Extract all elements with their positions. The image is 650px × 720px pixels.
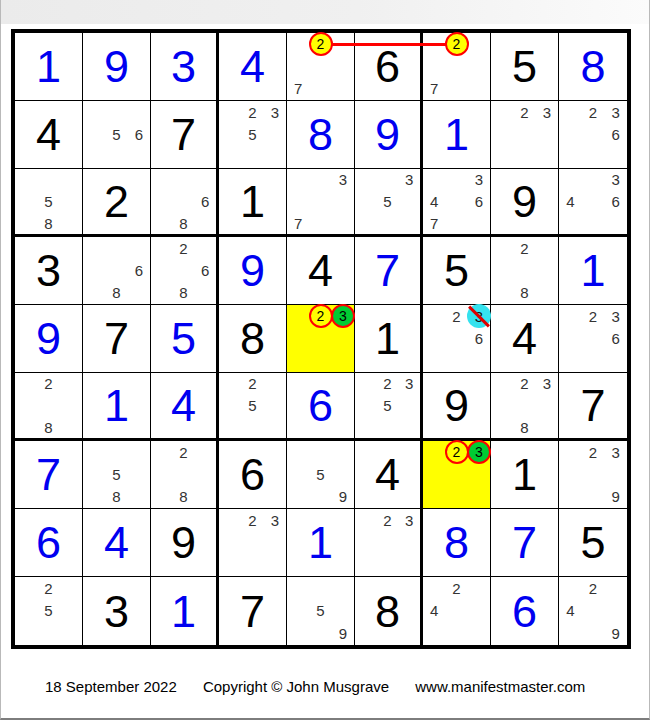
cell-value: 8 [355,577,420,645]
footer: 18 September 2022 Copyright © John Musgr… [45,678,607,695]
pencil-mark: 2 [445,577,467,600]
cell-r6c5[interactable]: 6 [287,373,355,441]
pencil-marks: 249 [559,577,627,645]
cell-r5c6[interactable]: 1 [355,305,423,373]
pencil-mark: 3 [332,169,354,191]
cell-value: 4 [83,509,150,576]
cell-r6c9[interactable]: 7 [559,373,627,441]
pencil-mark: 8 [37,416,59,438]
pencil-marks: 25 [15,577,82,645]
pencil-mark: 5 [241,395,263,417]
pencil-mark: 2 [513,101,535,123]
cell-value: 9 [15,305,82,372]
pencil-mark: 5 [37,191,59,213]
cell-r4c6[interactable]: 7 [355,237,423,305]
cell-value: 1 [559,237,627,304]
cell-r8c2[interactable]: 4 [83,509,151,577]
cell-value: 1 [287,509,354,576]
pencil-mark: 2 [513,237,535,259]
pencil-marks: 35 [355,169,420,234]
pencil-marks: 235 [219,101,286,168]
pencil-mark: 6 [128,259,150,281]
cell-value: 8 [287,101,354,168]
pencil-mark: 9 [332,622,354,645]
pencil-marks: 56 [83,101,150,168]
footer-website: www.manifestmaster.com [415,678,585,695]
cell-r3c2[interactable]: 2 [83,169,151,237]
pencil-mark: 2 [377,509,399,531]
pencil-mark: 3 [536,373,558,395]
cell-r6c7[interactable]: 9 [423,373,491,441]
pencil-marks: 23 [491,101,558,168]
cell-r7c1[interactable]: 7 [15,441,83,509]
pencil-marks: 68 [83,237,150,304]
pencil-mark: 6 [468,327,490,349]
pencil-mark: 2 [582,441,605,463]
cell-r5c1[interactable]: 9 [15,305,83,373]
pencil-mark: 8 [173,282,195,304]
cell-r4c5[interactable]: 4 [287,237,355,305]
cell-value: 6 [219,441,286,508]
pencil-mark: 3 [604,101,627,123]
cell-r3c1[interactable]: 58 [15,169,83,237]
cell-value: 5 [423,237,490,304]
circled-candidate-2: 2 [309,32,333,56]
cell-r2c2[interactable]: 56 [83,101,151,169]
cell-r1c8[interactable]: 5 [491,33,559,101]
cell-r8c8[interactable]: 7 [491,509,559,577]
window-chrome-bar [1,0,649,24]
pencil-marks: 58 [83,441,150,508]
cell-value: 8 [559,33,627,100]
cell-r7c5[interactable]: 59 [287,441,355,509]
pencil-mark: 5 [37,600,59,623]
cell-r9c9[interactable]: 249 [559,577,627,645]
cell-value: 7 [559,373,627,438]
cell-r6c8[interactable]: 238 [491,373,559,441]
cell-r6c2[interactable]: 1 [83,373,151,441]
pencil-mark: 8 [513,282,535,304]
pencil-mark: 6 [604,123,627,145]
cell-r8c4[interactable]: 23 [219,509,287,577]
circled-candidate-2: 2 [445,440,469,464]
cell-value: 9 [83,33,150,100]
page: 1934726725845672358912323658268137353467… [0,0,650,720]
cell-r4c7[interactable]: 5 [423,237,491,305]
cell-value: 1 [151,577,216,645]
pencil-mark: 5 [377,395,399,417]
cell-value: 4 [491,305,558,372]
pencil-mark: 3 [264,101,286,123]
pencil-marks: 239 [559,441,627,508]
pencil-mark: 5 [309,463,331,485]
cell-r5c8[interactable]: 4 [491,305,559,373]
cell-r9c5[interactable]: 59 [287,577,355,645]
cell-value: 4 [287,237,354,304]
circled-candidate-3: 3 [331,304,355,328]
cell-r8c9[interactable]: 5 [559,509,627,577]
cell-r1c3[interactable]: 3 [151,33,219,101]
pencil-mark: 3 [536,101,558,123]
pencil-mark: 7 [287,212,309,234]
cell-value: 7 [83,305,150,372]
pencil-mark: 8 [105,486,127,508]
pencil-marks: 238 [491,373,558,438]
sudoku-board: 1934726725845672358912323658268137353467… [11,29,631,649]
pencil-mark: 2 [173,441,195,463]
pencil-mark: 2 [377,373,399,395]
cell-r5c2[interactable]: 7 [83,305,151,373]
pencil-mark: 2 [37,373,59,395]
pencil-mark: 5 [241,123,263,145]
pencil-mark: 4 [559,191,582,213]
cell-r8c6[interactable]: 23 [355,509,423,577]
cell-r3c3[interactable]: 68 [151,169,219,237]
pencil-marks: 59 [287,577,354,645]
cell-value: 9 [219,237,286,304]
pencil-mark: 3 [398,169,420,191]
cell-r7c2[interactable]: 58 [83,441,151,509]
cell-r7c9[interactable]: 239 [559,441,627,509]
pencil-marks: 68 [151,169,216,234]
circled-candidate-2: 2 [309,304,333,328]
pencil-mark: 6 [194,191,216,213]
circled-candidate-3: 3 [467,440,491,464]
cell-value: 5 [559,509,627,576]
pencil-mark: 8 [37,212,59,234]
cell-r6c1[interactable]: 28 [15,373,83,441]
cell-value: 3 [83,577,150,645]
pencil-mark: 9 [604,622,627,645]
cell-value: 1 [423,101,490,168]
cell-r2c5[interactable]: 8 [287,101,355,169]
cell-r4c3[interactable]: 268 [151,237,219,305]
cell-r6c3[interactable]: 4 [151,373,219,441]
pencil-mark: 3 [604,169,627,191]
pencil-marks: 28 [15,373,82,438]
cell-value: 7 [219,577,286,645]
pencil-marks: 23 [355,509,420,576]
cell-r6c6[interactable]: 235 [355,373,423,441]
pencil-marks: 235 [355,373,420,438]
cell-r2c9[interactable]: 236 [559,101,627,169]
cell-r3c7[interactable]: 3467 [423,169,491,237]
cell-value: 6 [15,509,82,576]
pencil-marks: 268 [151,237,216,304]
pencil-mark: 3 [398,509,420,531]
cell-r9c6[interactable]: 8 [355,577,423,645]
eliminated-candidate-3: 3 [467,304,491,328]
pencil-mark: 9 [604,486,627,508]
pencil-mark: 6 [468,191,490,213]
pencil-mark: 9 [332,486,354,508]
cell-r2c8[interactable]: 23 [491,101,559,169]
pencil-mark: 2 [241,101,263,123]
cell-r1c4[interactable]: 4 [219,33,287,101]
pencil-mark: 4 [423,191,445,213]
pencil-mark: 7 [423,212,445,234]
cell-value: 7 [491,509,558,576]
cell-r4c4[interactable]: 9 [219,237,287,305]
pencil-mark: 2 [582,305,605,327]
cell-value: 5 [151,305,216,372]
cell-r9c8[interactable]: 6 [491,577,559,645]
cell-value: 5 [491,33,558,100]
pencil-marks: 346 [559,169,627,234]
cell-r2c6[interactable]: 9 [355,101,423,169]
pencil-mark: 6 [604,191,627,213]
pencil-marks: 28 [151,441,216,508]
pencil-mark: 2 [241,509,263,531]
cell-r7c4[interactable]: 6 [219,441,287,509]
pencil-marks: 59 [287,441,354,508]
cell-value: 9 [151,509,216,576]
pencil-marks: 37 [287,169,354,234]
cell-r4c8[interactable]: 28 [491,237,559,305]
cell-r8c3[interactable]: 9 [151,509,219,577]
circled-candidate-2: 2 [445,32,469,56]
cell-r1c9[interactable]: 8 [559,33,627,101]
cell-r3c4[interactable]: 1 [219,169,287,237]
strike-line [468,305,490,327]
pencil-mark: 4 [559,600,582,623]
cell-r9c2[interactable]: 3 [83,577,151,645]
cell-r7c6[interactable]: 4 [355,441,423,509]
cell-value: 4 [355,441,420,508]
cell-r4c2[interactable]: 68 [83,237,151,305]
cell-r9c3[interactable]: 1 [151,577,219,645]
pencil-mark: 3 [604,441,627,463]
pencil-mark: 3 [398,373,420,395]
pencil-mark: 2 [173,237,195,259]
pencil-mark: 5 [105,463,127,485]
cell-r2c4[interactable]: 235 [219,101,287,169]
pencil-mark: 6 [604,327,627,349]
pencil-mark: 8 [173,212,195,234]
cell-r3c9[interactable]: 346 [559,169,627,237]
cell-value: 2 [83,169,150,234]
cell-value: 6 [491,577,558,645]
cell-r7c7[interactable]: 23 [423,441,491,509]
cell-value: 1 [355,305,420,372]
cell-r9c1[interactable]: 25 [15,577,83,645]
cell-value: 4 [15,101,82,168]
footer-copyright: Copyright © John Musgrave [203,678,389,695]
pencil-mark: 2 [582,577,605,600]
pencil-mark: 2 [37,577,59,600]
cell-r8c5[interactable]: 1 [287,509,355,577]
cell-value: 3 [15,237,82,304]
pencil-marks: 28 [491,237,558,304]
pencil-mark: 6 [194,259,216,281]
pencil-mark: 3 [264,509,286,531]
pencil-marks: 24 [423,577,490,645]
cell-r1c2[interactable]: 9 [83,33,151,101]
cell-r5c5[interactable]: 23 [287,305,355,373]
cell-r7c3[interactable]: 28 [151,441,219,509]
cell-r5c7[interactable]: 263 [423,305,491,373]
pencil-marks: 3467 [423,169,490,234]
pencil-marks: 25 [219,373,286,438]
cell-value: 4 [151,373,216,438]
pencil-mark: 5 [105,123,127,145]
cell-value: 1 [219,169,286,234]
cell-value: 8 [219,305,286,372]
cell-r8c1[interactable]: 6 [15,509,83,577]
pencil-mark: 4 [423,600,445,623]
pencil-mark: 6 [128,123,150,145]
pencil-mark: 5 [377,191,399,213]
cell-value: 3 [151,33,216,100]
cell-value: 1 [491,441,558,508]
cell-value: 9 [491,169,558,234]
cell-r4c9[interactable]: 1 [559,237,627,305]
cell-r3c6[interactable]: 35 [355,169,423,237]
cell-r8c7[interactable]: 8 [423,509,491,577]
cell-r7c8[interactable]: 1 [491,441,559,509]
pencil-mark: 3 [604,305,627,327]
cell-value: 6 [287,373,354,438]
cell-r9c4[interactable]: 7 [219,577,287,645]
pencil-marks: 236 [559,305,627,372]
cell-value: 4 [219,33,286,100]
cell-r2c3[interactable]: 7 [151,101,219,169]
pencil-mark: 8 [513,416,535,438]
cell-r2c7[interactable]: 1 [423,101,491,169]
cell-value: 9 [423,373,490,438]
cell-value: 1 [83,373,150,438]
pencil-mark: 2 [513,373,535,395]
cell-r4c1[interactable]: 3 [15,237,83,305]
pencil-marks: 236 [559,101,627,168]
cell-r5c4[interactable]: 8 [219,305,287,373]
cell-r9c7[interactable]: 24 [423,577,491,645]
pencil-mark: 2 [241,373,263,395]
cell-value: 7 [15,441,82,508]
cell-value: 1 [15,33,82,100]
footer-date: 18 September 2022 [45,678,177,695]
pencil-mark: 8 [173,486,195,508]
pencil-marks: 58 [15,169,82,234]
chain-link-line [321,43,457,46]
cell-r5c9[interactable]: 236 [559,305,627,373]
cell-value: 7 [151,101,216,168]
cell-value: 9 [355,101,420,168]
pencil-mark: 7 [287,78,309,100]
pencil-mark: 2 [445,305,467,327]
cell-r6c4[interactable]: 25 [219,373,287,441]
pencil-mark: 8 [105,282,127,304]
pencil-mark: 5 [309,600,331,623]
cell-r5c3[interactable]: 5 [151,305,219,373]
pencil-mark: 3 [468,169,490,191]
cell-r2c1[interactable]: 4 [15,101,83,169]
pencil-marks: 23 [219,509,286,576]
cell-r3c5[interactable]: 37 [287,169,355,237]
pencil-mark: 7 [423,78,445,100]
cell-value: 8 [423,509,490,576]
cell-r1c1[interactable]: 1 [15,33,83,101]
cell-r3c8[interactable]: 9 [491,169,559,237]
cell-value: 7 [355,237,420,304]
pencil-mark: 2 [582,101,605,123]
